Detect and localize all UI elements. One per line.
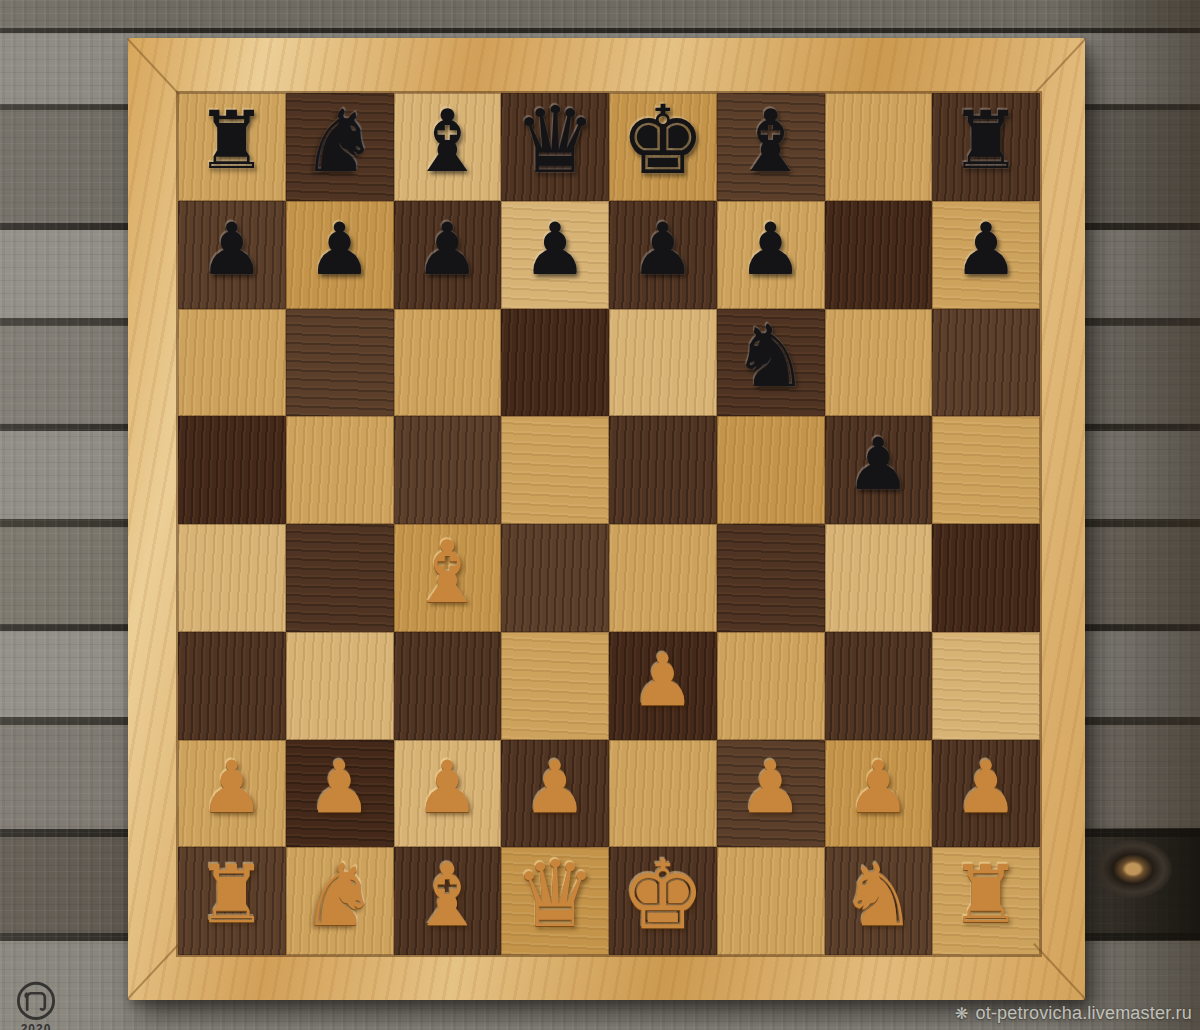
square-g6[interactable] xyxy=(825,309,933,417)
square-c6[interactable] xyxy=(394,309,502,417)
square-g8[interactable] xyxy=(825,93,933,201)
square-h3[interactable] xyxy=(932,632,1040,740)
square-a2[interactable]: ♟ xyxy=(178,740,286,848)
square-h5[interactable] xyxy=(932,416,1040,524)
piece-white-pawn[interactable]: ♟ xyxy=(415,751,480,823)
square-c3[interactable] xyxy=(394,632,502,740)
square-a7[interactable]: ♟ xyxy=(178,201,286,309)
piece-black-queen[interactable]: ♛ xyxy=(514,95,596,187)
square-d7[interactable]: ♟ xyxy=(501,201,609,309)
square-h4[interactable] xyxy=(932,524,1040,632)
square-f2[interactable]: ♟ xyxy=(717,740,825,848)
square-h2[interactable]: ♟ xyxy=(932,740,1040,848)
square-a5[interactable] xyxy=(178,416,286,524)
square-d8[interactable]: ♛ xyxy=(501,93,609,201)
maker-monogram-icon xyxy=(14,980,58,1024)
piece-black-bishop[interactable]: ♝ xyxy=(409,98,486,184)
square-h1[interactable]: ♜ xyxy=(932,847,1040,955)
piece-black-pawn[interactable]: ♟ xyxy=(631,213,696,285)
square-a8[interactable]: ♜ xyxy=(178,93,286,201)
square-f7[interactable]: ♟ xyxy=(717,201,825,309)
square-c2[interactable]: ♟ xyxy=(394,740,502,848)
piece-black-pawn[interactable]: ♟ xyxy=(846,428,911,500)
square-b5[interactable] xyxy=(286,416,394,524)
wood-knot xyxy=(1094,840,1172,898)
piece-black-pawn[interactable]: ♟ xyxy=(523,213,588,285)
square-e6[interactable] xyxy=(609,309,717,417)
piece-white-pawn[interactable]: ♟ xyxy=(523,751,588,823)
frame-miter-joint xyxy=(1033,943,1086,1000)
frame-miter-joint xyxy=(127,943,180,1000)
square-a1[interactable]: ♜ xyxy=(178,847,286,955)
site-watermark: ❋ ot-petrovicha.livemaster.ru xyxy=(955,1003,1192,1024)
square-b4[interactable] xyxy=(286,524,394,632)
square-a3[interactable] xyxy=(178,632,286,740)
square-c8[interactable]: ♝ xyxy=(394,93,502,201)
piece-white-rook[interactable]: ♜ xyxy=(950,855,1022,935)
square-e1[interactable]: ♚ xyxy=(609,847,717,955)
square-g2[interactable]: ♟ xyxy=(825,740,933,848)
piece-white-king[interactable]: ♚ xyxy=(620,848,705,943)
square-g4[interactable] xyxy=(825,524,933,632)
square-e5[interactable] xyxy=(609,416,717,524)
piece-white-bishop[interactable]: ♝ xyxy=(409,852,486,938)
square-g7[interactable] xyxy=(825,201,933,309)
square-c4[interactable]: ♝ xyxy=(394,524,502,632)
piece-white-pawn[interactable]: ♟ xyxy=(846,751,911,823)
square-d1[interactable]: ♛ xyxy=(501,847,609,955)
piece-white-knight[interactable]: ♞ xyxy=(301,852,378,938)
piece-white-queen[interactable]: ♛ xyxy=(514,849,596,941)
frame-miter-joint xyxy=(127,38,180,95)
board-grid: ♜♞♝♛♚♝♜♟♟♟♟♟♟♟♞♟♝♟♟♟♟♟♟♟♟♜♞♝♛♚♞♜ xyxy=(178,93,1040,955)
site-url-text: ot-petrovicha.livemaster.ru xyxy=(976,1003,1193,1024)
piece-white-rook[interactable]: ♜ xyxy=(196,855,268,935)
square-b3[interactable] xyxy=(286,632,394,740)
square-f1[interactable] xyxy=(717,847,825,955)
square-d2[interactable]: ♟ xyxy=(501,740,609,848)
square-b7[interactable]: ♟ xyxy=(286,201,394,309)
frame-miter-joint xyxy=(1033,38,1086,95)
square-b8[interactable]: ♞ xyxy=(286,93,394,201)
square-a4[interactable] xyxy=(178,524,286,632)
piece-white-pawn[interactable]: ♟ xyxy=(954,751,1019,823)
piece-white-pawn[interactable]: ♟ xyxy=(307,751,372,823)
piece-black-pawn[interactable]: ♟ xyxy=(307,213,372,285)
piece-black-pawn[interactable]: ♟ xyxy=(200,213,265,285)
piece-white-knight[interactable]: ♞ xyxy=(840,852,917,938)
board-playing-area: ♜♞♝♛♚♝♜♟♟♟♟♟♟♟♞♟♝♟♟♟♟♟♟♟♟♜♞♝♛♚♞♜ xyxy=(178,93,1040,955)
piece-black-bishop[interactable]: ♝ xyxy=(732,98,809,184)
piece-white-pawn[interactable]: ♟ xyxy=(631,644,696,716)
piece-black-knight[interactable]: ♞ xyxy=(301,98,378,184)
square-g1[interactable]: ♞ xyxy=(825,847,933,955)
piece-black-king[interactable]: ♚ xyxy=(620,93,705,188)
piece-white-pawn[interactable]: ♟ xyxy=(738,751,803,823)
piece-black-pawn[interactable]: ♟ xyxy=(954,213,1019,285)
piece-black-pawn[interactable]: ♟ xyxy=(415,213,480,285)
livemaster-flower-icon: ❋ xyxy=(955,1004,968,1023)
square-e8[interactable]: ♚ xyxy=(609,93,717,201)
square-f5[interactable] xyxy=(717,416,825,524)
square-h6[interactable] xyxy=(932,309,1040,417)
square-d6[interactable] xyxy=(501,309,609,417)
piece-black-rook[interactable]: ♜ xyxy=(950,101,1022,181)
piece-black-pawn[interactable]: ♟ xyxy=(738,213,803,285)
square-e3[interactable]: ♟ xyxy=(609,632,717,740)
piece-black-rook[interactable]: ♜ xyxy=(196,101,268,181)
square-b6[interactable] xyxy=(286,309,394,417)
maker-logo: 2020 xyxy=(8,980,64,1030)
square-c5[interactable] xyxy=(394,416,502,524)
chess-board: ♜♞♝♛♚♝♜♟♟♟♟♟♟♟♞♟♝♟♟♟♟♟♟♟♟♜♞♝♛♚♞♜ xyxy=(128,38,1085,1000)
square-e2[interactable] xyxy=(609,740,717,848)
piece-white-pawn[interactable]: ♟ xyxy=(200,751,265,823)
square-c1[interactable]: ♝ xyxy=(394,847,502,955)
square-g3[interactable] xyxy=(825,632,933,740)
square-f6[interactable]: ♞ xyxy=(717,309,825,417)
square-b1[interactable]: ♞ xyxy=(286,847,394,955)
piece-black-knight[interactable]: ♞ xyxy=(732,313,809,399)
square-e7[interactable]: ♟ xyxy=(609,201,717,309)
square-d3[interactable] xyxy=(501,632,609,740)
square-f3[interactable] xyxy=(717,632,825,740)
square-f8[interactable]: ♝ xyxy=(717,93,825,201)
piece-white-bishop[interactable]: ♝ xyxy=(409,529,486,615)
square-a6[interactable] xyxy=(178,309,286,417)
square-e4[interactable] xyxy=(609,524,717,632)
maker-logo-year: 2020 xyxy=(8,1022,64,1030)
square-d5[interactable] xyxy=(501,416,609,524)
square-c7[interactable]: ♟ xyxy=(394,201,502,309)
square-h7[interactable]: ♟ xyxy=(932,201,1040,309)
square-d4[interactable] xyxy=(501,524,609,632)
square-b2[interactable]: ♟ xyxy=(286,740,394,848)
square-f4[interactable] xyxy=(717,524,825,632)
square-h8[interactable]: ♜ xyxy=(932,93,1040,201)
square-g5[interactable]: ♟ xyxy=(825,416,933,524)
